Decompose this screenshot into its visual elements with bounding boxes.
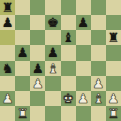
square-e7[interactable] bbox=[61, 15, 76, 30]
square-f3[interactable] bbox=[76, 76, 91, 91]
square-c4[interactable]: ♟ bbox=[30, 61, 45, 76]
piece-white-bishop[interactable]: ♝ bbox=[47, 61, 59, 74]
square-a3[interactable] bbox=[0, 76, 15, 91]
square-e4[interactable] bbox=[61, 61, 76, 76]
square-f8[interactable] bbox=[76, 0, 91, 15]
square-f1[interactable] bbox=[76, 106, 91, 121]
square-c7[interactable] bbox=[30, 15, 45, 30]
square-d7[interactable]: ♚ bbox=[45, 15, 60, 30]
square-c6[interactable] bbox=[30, 30, 45, 45]
piece-white-king[interactable]: ♚ bbox=[62, 91, 74, 104]
square-g4[interactable] bbox=[91, 61, 106, 76]
square-a6[interactable] bbox=[0, 30, 15, 45]
piece-black-rook[interactable]: ♜ bbox=[2, 1, 14, 14]
square-a7[interactable]: ♟ bbox=[0, 15, 15, 30]
square-f4[interactable] bbox=[76, 61, 91, 76]
square-d3[interactable] bbox=[45, 76, 60, 91]
square-g5[interactable] bbox=[91, 45, 106, 60]
square-h1[interactable]: ♜ bbox=[106, 106, 121, 121]
square-b8[interactable] bbox=[15, 0, 30, 15]
square-f7[interactable]: ♟ bbox=[76, 15, 91, 30]
piece-black-pawn[interactable]: ♟ bbox=[2, 16, 14, 29]
square-h8[interactable] bbox=[106, 0, 121, 15]
square-a1[interactable] bbox=[0, 106, 15, 121]
piece-black-pawn[interactable]: ♟ bbox=[17, 46, 29, 59]
square-c5[interactable] bbox=[30, 45, 45, 60]
square-h7[interactable] bbox=[106, 15, 121, 30]
square-g8[interactable] bbox=[91, 0, 106, 15]
chess-board: ♜♟♚♟♝♜♟♟♞♟♝♟♟♟♚♟♝♟♜♜ bbox=[0, 0, 121, 121]
piece-white-pawn[interactable]: ♟ bbox=[92, 76, 104, 89]
piece-white-bishop[interactable]: ♝ bbox=[92, 91, 104, 104]
square-e8[interactable] bbox=[61, 0, 76, 15]
square-a2[interactable]: ♟ bbox=[0, 91, 15, 106]
square-a8[interactable]: ♜ bbox=[0, 0, 15, 15]
square-a5[interactable] bbox=[0, 45, 15, 60]
square-d4[interactable]: ♝ bbox=[45, 61, 60, 76]
piece-black-pawn[interactable]: ♟ bbox=[47, 46, 59, 59]
square-a4[interactable]: ♞ bbox=[0, 61, 15, 76]
square-h2[interactable]: ♟ bbox=[106, 91, 121, 106]
square-c2[interactable] bbox=[30, 91, 45, 106]
piece-black-king[interactable]: ♚ bbox=[47, 16, 59, 29]
square-b4[interactable] bbox=[15, 61, 30, 76]
piece-white-rook[interactable]: ♜ bbox=[17, 106, 29, 119]
square-e6[interactable]: ♝ bbox=[61, 30, 76, 45]
square-d2[interactable] bbox=[45, 91, 60, 106]
square-f5[interactable] bbox=[76, 45, 91, 60]
square-c8[interactable] bbox=[30, 0, 45, 15]
square-b7[interactable] bbox=[15, 15, 30, 30]
square-e3[interactable] bbox=[61, 76, 76, 91]
piece-white-pawn[interactable]: ♟ bbox=[2, 91, 14, 104]
square-e1[interactable] bbox=[61, 106, 76, 121]
square-h3[interactable] bbox=[106, 76, 121, 91]
piece-black-knight[interactable]: ♞ bbox=[2, 61, 14, 74]
square-d5[interactable]: ♟ bbox=[45, 45, 60, 60]
square-c1[interactable] bbox=[30, 106, 45, 121]
square-f6[interactable] bbox=[76, 30, 91, 45]
square-f2[interactable]: ♟ bbox=[76, 91, 91, 106]
square-g7[interactable] bbox=[91, 15, 106, 30]
piece-black-pawn[interactable]: ♟ bbox=[32, 61, 44, 74]
piece-white-pawn[interactable]: ♟ bbox=[32, 76, 44, 89]
piece-black-bishop[interactable]: ♝ bbox=[62, 31, 74, 44]
piece-white-rook[interactable]: ♜ bbox=[108, 106, 120, 119]
square-e5[interactable] bbox=[61, 45, 76, 60]
piece-black-rook[interactable]: ♜ bbox=[108, 31, 120, 44]
square-b5[interactable]: ♟ bbox=[15, 45, 30, 60]
square-d8[interactable] bbox=[45, 0, 60, 15]
piece-black-pawn[interactable]: ♟ bbox=[77, 16, 89, 29]
square-g2[interactable]: ♝ bbox=[91, 91, 106, 106]
square-g1[interactable] bbox=[91, 106, 106, 121]
square-g3[interactable]: ♟ bbox=[91, 76, 106, 91]
square-h6[interactable]: ♜ bbox=[106, 30, 121, 45]
square-b6[interactable] bbox=[15, 30, 30, 45]
square-b2[interactable] bbox=[15, 91, 30, 106]
square-e2[interactable]: ♚ bbox=[61, 91, 76, 106]
piece-white-pawn[interactable]: ♟ bbox=[77, 91, 89, 104]
square-d6[interactable] bbox=[45, 30, 60, 45]
square-h5[interactable] bbox=[106, 45, 121, 60]
square-g6[interactable] bbox=[91, 30, 106, 45]
square-h4[interactable] bbox=[106, 61, 121, 76]
square-c3[interactable]: ♟ bbox=[30, 76, 45, 91]
square-d1[interactable] bbox=[45, 106, 60, 121]
square-b1[interactable]: ♜ bbox=[15, 106, 30, 121]
square-b3[interactable] bbox=[15, 76, 30, 91]
piece-white-pawn[interactable]: ♟ bbox=[108, 91, 120, 104]
